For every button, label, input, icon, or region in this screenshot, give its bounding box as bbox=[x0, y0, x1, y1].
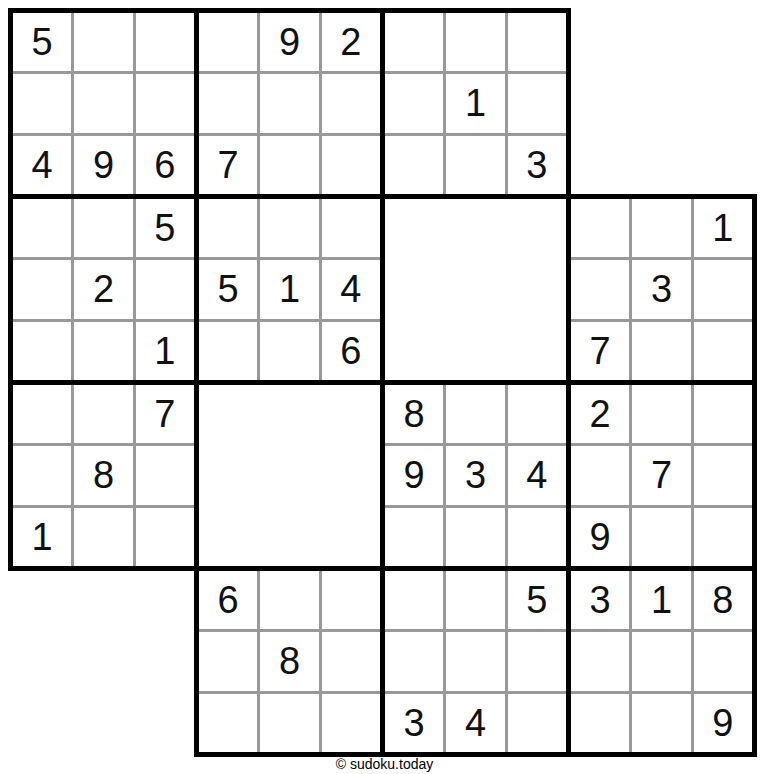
sudoku-cell-r5c11[interactable]: 3 bbox=[632, 260, 690, 318]
sudoku-cell-r8c9[interactable]: 4 bbox=[508, 446, 566, 504]
sudoku-cell-r3c7[interactable] bbox=[385, 136, 443, 194]
sudoku-cell-r2c5[interactable] bbox=[260, 74, 318, 132]
sudoku-cell-r9c9[interactable] bbox=[508, 508, 566, 566]
sudoku-cell-r7c12[interactable] bbox=[694, 385, 752, 443]
sudoku-cell-r1c9[interactable] bbox=[508, 13, 566, 71]
sudoku-cell-r12c12[interactable]: 9 bbox=[694, 694, 752, 752]
sudoku-box-r1c3: 13 bbox=[380, 8, 571, 199]
sudoku-cell-r6c4[interactable] bbox=[199, 322, 257, 380]
sudoku-cell-r6c1[interactable] bbox=[13, 322, 71, 380]
sudoku-cell-r6c12[interactable] bbox=[694, 322, 752, 380]
sudoku-cell-r10c12[interactable]: 8 bbox=[694, 571, 752, 629]
sudoku-cell-r4c11[interactable] bbox=[632, 199, 690, 257]
sudoku-cell-r12c5[interactable] bbox=[260, 694, 318, 752]
sudoku-cell-r3c8[interactable] bbox=[446, 136, 504, 194]
sudoku-cell-r1c6[interactable]: 2 bbox=[322, 13, 380, 71]
sudoku-board: 54969271352151461377818934279685343189 bbox=[10, 10, 759, 759]
sudoku-cell-r10c11[interactable]: 1 bbox=[632, 571, 690, 629]
sudoku-cell-r3c2[interactable]: 9 bbox=[74, 136, 132, 194]
sudoku-box-r4c3: 534 bbox=[380, 566, 571, 757]
sudoku-box-r2c2: 5146 bbox=[194, 194, 385, 385]
sudoku-box-r3c1: 781 bbox=[8, 380, 199, 571]
sudoku-cell-r5c5[interactable]: 1 bbox=[260, 260, 318, 318]
sudoku-cell-r12c10[interactable] bbox=[571, 694, 629, 752]
sudoku-cell-r7c8[interactable] bbox=[446, 385, 504, 443]
sudoku-cell-r4c1[interactable] bbox=[13, 199, 71, 257]
sudoku-box-r4c2: 68 bbox=[194, 566, 385, 757]
sudoku-cell-r9c2[interactable] bbox=[74, 508, 132, 566]
sudoku-cell-r8c10[interactable] bbox=[571, 446, 629, 504]
sudoku-cell-r8c3[interactable] bbox=[136, 446, 194, 504]
sudoku-cell-r7c10[interactable]: 2 bbox=[571, 385, 629, 443]
sudoku-cell-r12c9[interactable] bbox=[508, 694, 566, 752]
sudoku-cell-r7c3[interactable]: 7 bbox=[136, 385, 194, 443]
sudoku-cell-r2c2[interactable] bbox=[74, 74, 132, 132]
sudoku-box-r3c4: 279 bbox=[566, 380, 757, 571]
sudoku-cell-r4c4[interactable] bbox=[199, 199, 257, 257]
sudoku-cell-r11c6[interactable] bbox=[322, 632, 380, 690]
sudoku-cell-r2c8[interactable]: 1 bbox=[446, 74, 504, 132]
sudoku-cell-r3c6[interactable] bbox=[322, 136, 380, 194]
sudoku-cell-r4c2[interactable] bbox=[74, 199, 132, 257]
sudoku-cell-r1c7[interactable] bbox=[385, 13, 443, 71]
sudoku-cell-r1c3[interactable] bbox=[136, 13, 194, 71]
sudoku-cell-r7c1[interactable] bbox=[13, 385, 71, 443]
sudoku-cell-r2c4[interactable] bbox=[199, 74, 257, 132]
sudoku-cell-r4c3[interactable]: 5 bbox=[136, 199, 194, 257]
sudoku-box-r2c4: 137 bbox=[566, 194, 757, 385]
sudoku-box-r1c1: 5496 bbox=[8, 8, 199, 199]
sudoku-cell-r4c12[interactable]: 1 bbox=[694, 199, 752, 257]
sudoku-cell-r1c1[interactable]: 5 bbox=[13, 13, 71, 71]
sudoku-cell-r4c6[interactable] bbox=[322, 199, 380, 257]
sudoku-cell-r8c2[interactable]: 8 bbox=[74, 446, 132, 504]
sudoku-cell-r9c1[interactable]: 1 bbox=[13, 508, 71, 566]
sudoku-cell-r5c2[interactable]: 2 bbox=[74, 260, 132, 318]
sudoku-cell-r10c10[interactable]: 3 bbox=[571, 571, 629, 629]
sudoku-cell-r4c5[interactable] bbox=[260, 199, 318, 257]
sudoku-cell-r10c5[interactable] bbox=[260, 571, 318, 629]
sudoku-cell-r9c8[interactable] bbox=[446, 508, 504, 566]
sudoku-cell-r7c11[interactable] bbox=[632, 385, 690, 443]
sudoku-cell-r3c9[interactable]: 3 bbox=[508, 136, 566, 194]
sudoku-cell-r5c6[interactable]: 4 bbox=[322, 260, 380, 318]
sudoku-cell-r9c11[interactable] bbox=[632, 508, 690, 566]
sudoku-cell-r10c6[interactable] bbox=[322, 571, 380, 629]
sudoku-cell-r11c7[interactable] bbox=[385, 632, 443, 690]
sudoku-cell-r5c4[interactable]: 5 bbox=[199, 260, 257, 318]
sudoku-box-r2c1: 521 bbox=[8, 194, 199, 385]
sudoku-cell-r3c3[interactable]: 6 bbox=[136, 136, 194, 194]
sudoku-cell-r1c2[interactable] bbox=[74, 13, 132, 71]
sudoku-cell-r5c1[interactable] bbox=[13, 260, 71, 318]
sudoku-cell-r5c10[interactable] bbox=[571, 260, 629, 318]
sudoku-cell-r5c3[interactable] bbox=[136, 260, 194, 318]
sudoku-cell-r9c10[interactable]: 9 bbox=[571, 508, 629, 566]
sudoku-box-r3c3: 8934 bbox=[380, 380, 571, 571]
sudoku-cell-r12c8[interactable]: 4 bbox=[446, 694, 504, 752]
sudoku-cell-r3c4[interactable]: 7 bbox=[199, 136, 257, 194]
sudoku-cell-r8c12[interactable] bbox=[694, 446, 752, 504]
sudoku-cell-r12c7[interactable]: 3 bbox=[385, 694, 443, 752]
sudoku-cell-r3c1[interactable]: 4 bbox=[13, 136, 71, 194]
sudoku-cell-r11c12[interactable] bbox=[694, 632, 752, 690]
sudoku-cell-r9c3[interactable] bbox=[136, 508, 194, 566]
sudoku-cell-r9c12[interactable] bbox=[694, 508, 752, 566]
sudoku-cell-r7c2[interactable] bbox=[74, 385, 132, 443]
sudoku-cell-r8c8[interactable]: 3 bbox=[446, 446, 504, 504]
sudoku-cell-r2c9[interactable] bbox=[508, 74, 566, 132]
sudoku-cell-r9c7[interactable] bbox=[385, 508, 443, 566]
sudoku-cell-r11c9[interactable] bbox=[508, 632, 566, 690]
sudoku-cell-r7c7[interactable]: 8 bbox=[385, 385, 443, 443]
sudoku-cell-r10c4[interactable]: 6 bbox=[199, 571, 257, 629]
sudoku-cell-r6c11[interactable] bbox=[632, 322, 690, 380]
sudoku-cell-r8c1[interactable] bbox=[13, 446, 71, 504]
sudoku-cell-r10c9[interactable]: 5 bbox=[508, 571, 566, 629]
sudoku-cell-r10c8[interactable] bbox=[446, 571, 504, 629]
sudoku-cell-r10c7[interactable] bbox=[385, 571, 443, 629]
copyright-caption: © sudoku.today bbox=[10, 756, 759, 772]
sudoku-cell-r5c12[interactable] bbox=[694, 260, 752, 318]
sudoku-cell-r6c5[interactable] bbox=[260, 322, 318, 380]
sudoku-cell-r4c10[interactable] bbox=[571, 199, 629, 257]
sudoku-cell-r6c2[interactable] bbox=[74, 322, 132, 380]
sudoku-cell-r3c5[interactable] bbox=[260, 136, 318, 194]
sudoku-cell-r11c10[interactable] bbox=[571, 632, 629, 690]
sudoku-cell-r12c4[interactable] bbox=[199, 694, 257, 752]
sudoku-cell-r8c11[interactable]: 7 bbox=[632, 446, 690, 504]
sudoku-cell-r2c6[interactable] bbox=[322, 74, 380, 132]
sudoku-cell-r2c7[interactable] bbox=[385, 74, 443, 132]
sudoku-cell-r6c3[interactable]: 1 bbox=[136, 322, 194, 380]
sudoku-cell-r12c11[interactable] bbox=[632, 694, 690, 752]
page: 54969271352151461377818934279685343189 ©… bbox=[0, 0, 764, 774]
sudoku-cell-r6c6[interactable]: 6 bbox=[322, 322, 380, 380]
sudoku-cell-r11c11[interactable] bbox=[632, 632, 690, 690]
sudoku-cell-r1c8[interactable] bbox=[446, 13, 504, 71]
sudoku-cell-r11c4[interactable] bbox=[199, 632, 257, 690]
sudoku-box-r4c4: 3189 bbox=[566, 566, 757, 757]
sudoku-cell-r1c4[interactable] bbox=[199, 13, 257, 71]
sudoku-cell-r2c1[interactable] bbox=[13, 74, 71, 132]
sudoku-cell-r11c8[interactable] bbox=[446, 632, 504, 690]
sudoku-cell-r6c10[interactable]: 7 bbox=[571, 322, 629, 380]
sudoku-cell-r11c5[interactable]: 8 bbox=[260, 632, 318, 690]
sudoku-cell-r12c6[interactable] bbox=[322, 694, 380, 752]
sudoku-cell-r8c7[interactable]: 9 bbox=[385, 446, 443, 504]
sudoku-box-r1c2: 927 bbox=[194, 8, 385, 199]
sudoku-cell-r7c9[interactable] bbox=[508, 385, 566, 443]
sudoku-cell-r1c5[interactable]: 9 bbox=[260, 13, 318, 71]
sudoku-cell-r2c3[interactable] bbox=[136, 74, 194, 132]
